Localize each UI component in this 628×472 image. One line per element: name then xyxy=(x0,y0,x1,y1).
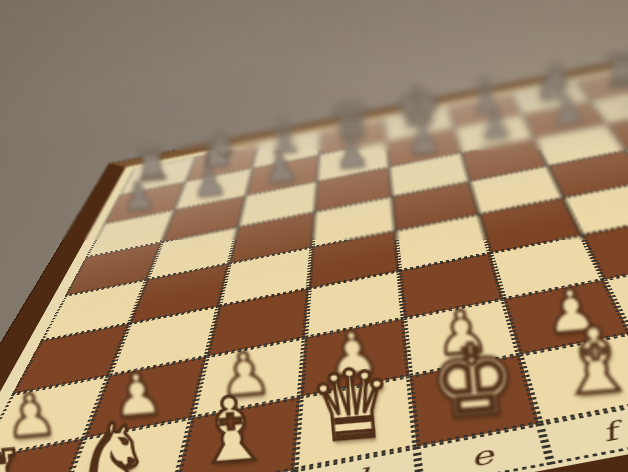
photo-canvas: ♜♞♝♛♚♝♞♜♟♟♟♟♟♟♟♟♟♟♟♟♟♟♟♟♜♞♝♛♚♝♞♜ abcdefg… xyxy=(0,0,628,472)
board-grid: ♜♞♝♛♚♝♞♜♟♟♟♟♟♟♟♟♟♟♟♟♟♟♟♟♜♞♝♛♚♝♞♜ xyxy=(0,68,628,472)
white-king-glyph: ♚ xyxy=(424,329,521,434)
piece-black-pawn-d7[interactable]: ♟ xyxy=(333,133,371,175)
black-pawn-glyph: ♟ xyxy=(621,75,628,117)
piece-black-pawn-e7[interactable]: ♟ xyxy=(404,118,442,160)
piece-white-knight-b1[interactable]: ♞ xyxy=(69,410,153,472)
piece-white-bishop-f1[interactable]: ♝ xyxy=(551,314,628,411)
black-pawn-glyph: ♟ xyxy=(261,147,299,188)
piece-black-pawn-g7[interactable]: ♟ xyxy=(548,89,586,131)
black-pawn-glyph: ♟ xyxy=(120,175,157,216)
white-bishop-glyph: ♝ xyxy=(187,384,274,472)
piece-white-bishop-c1[interactable]: ♝ xyxy=(187,384,274,472)
piece-black-pawn-b7[interactable]: ♟ xyxy=(190,161,227,202)
piece-black-pawn-h7[interactable]: ♟ xyxy=(621,75,628,117)
black-pawn-glyph: ♟ xyxy=(190,161,227,202)
square-e4[interactable] xyxy=(395,214,490,270)
black-pawn-glyph: ♟ xyxy=(476,104,514,146)
piece-black-pawn-a7[interactable]: ♟ xyxy=(120,175,157,216)
white-bishop-glyph: ♝ xyxy=(551,314,628,411)
square-b1[interactable]: ♞ xyxy=(53,418,191,472)
piece-white-king-e1[interactable]: ♚ xyxy=(424,329,521,434)
white-queen-glyph: ♛ xyxy=(305,355,398,457)
square-c1[interactable]: ♝ xyxy=(174,397,301,472)
board-frame: ♜♞♝♛♚♝♞♜♟♟♟♟♟♟♟♟♟♟♟♟♟♟♟♟♜♞♝♛♚♝♞♜ abcdefg… xyxy=(0,53,628,472)
piece-black-pawn-c7[interactable]: ♟ xyxy=(261,147,299,188)
black-pawn-glyph: ♟ xyxy=(404,118,442,160)
piece-white-queen-d1[interactable]: ♛ xyxy=(305,355,398,457)
black-pawn-glyph: ♟ xyxy=(333,133,371,175)
white-knight-glyph: ♞ xyxy=(69,410,153,472)
piece-black-pawn-f7[interactable]: ♟ xyxy=(476,104,514,146)
board-scene: ♜♞♝♛♚♝♞♜♟♟♟♟♟♟♟♟♟♟♟♟♟♟♟♟♜♞♝♛♚♝♞♜ abcdefg… xyxy=(0,40,628,472)
black-pawn-glyph: ♟ xyxy=(548,89,586,131)
